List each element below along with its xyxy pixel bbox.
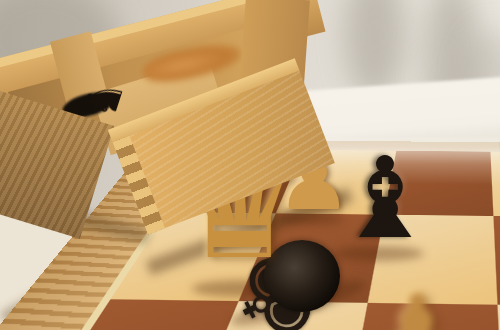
foreground-blurred-pawn-piece: ♟ — [362, 282, 472, 330]
chess-scene-photo: { "game": "chess", "scene": { "descripti… — [0, 0, 500, 330]
black-bishop-piece: ♝ — [330, 142, 440, 254]
